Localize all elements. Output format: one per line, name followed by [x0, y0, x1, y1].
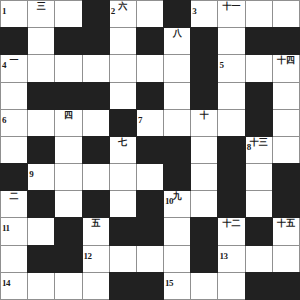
black-cell-r7-c3	[82, 190, 110, 218]
white-cell-r5-c2[interactable]	[55, 137, 81, 163]
white-cell-r2-c10[interactable]: 十四	[273, 55, 299, 81]
white-cell-r9-c4[interactable]	[110, 246, 136, 272]
down-clue-number: 三	[37, 1, 46, 11]
white-cell-r5-c7[interactable]	[191, 137, 217, 163]
down-clue-number: 十一	[223, 1, 241, 11]
down-clue-number: 一	[10, 55, 19, 65]
down-clue-number: 十五	[277, 218, 295, 228]
black-cell-r10-c5	[136, 272, 164, 300]
white-cell-r9-c3[interactable]: 12	[83, 246, 109, 272]
across-clue-number: 4	[2, 61, 6, 70]
white-cell-r0-c7[interactable]: 3	[191, 1, 217, 27]
white-cell-r7-c2[interactable]	[55, 191, 81, 217]
white-cell-r0-c1[interactable]: 三	[28, 1, 54, 27]
black-cell-r5-c8	[217, 136, 245, 164]
white-cell-r8-c0[interactable]: 11	[1, 218, 27, 244]
white-cell-r2-c4[interactable]	[110, 55, 136, 81]
black-cell-r8-c7	[190, 217, 218, 245]
white-cell-r4-c10[interactable]	[273, 110, 299, 136]
white-cell-r2-c2[interactable]	[55, 55, 81, 81]
white-cell-r8-c8[interactable]: 十二	[218, 218, 244, 244]
black-cell-r6-c0	[0, 163, 28, 191]
black-cell-r9-c7	[190, 245, 218, 273]
white-cell-r10-c3[interactable]	[83, 273, 109, 299]
white-cell-r1-c4[interactable]	[110, 28, 136, 54]
white-cell-r7-c7[interactable]	[191, 191, 217, 217]
down-clue-number: 七	[118, 137, 127, 147]
across-clue-number: 3	[192, 7, 196, 16]
white-cell-r2-c1[interactable]	[28, 55, 54, 81]
across-clue-number: 15	[165, 279, 173, 288]
white-cell-r0-c8[interactable]: 十一	[218, 1, 244, 27]
black-cell-r9-c2	[54, 245, 82, 273]
black-cell-r1-c3	[82, 27, 110, 55]
white-cell-r5-c10[interactable]	[273, 137, 299, 163]
white-cell-r9-c5[interactable]	[137, 246, 163, 272]
white-cell-r1-c6[interactable]: 八	[164, 28, 190, 54]
white-cell-r9-c10[interactable]	[273, 246, 299, 272]
white-cell-r6-c7[interactable]	[191, 164, 217, 190]
across-clue-number: 13	[219, 252, 227, 261]
black-cell-r0-c3	[82, 0, 110, 28]
black-cell-r8-c2	[54, 217, 82, 245]
black-cell-r1-c2	[54, 27, 82, 55]
white-cell-r9-c0[interactable]	[1, 246, 27, 272]
black-cell-r1-c0	[0, 27, 28, 55]
white-cell-r1-c8[interactable]	[218, 28, 244, 54]
white-cell-r6-c2[interactable]	[55, 164, 81, 190]
black-cell-r1-c5	[136, 27, 164, 55]
white-cell-r6-c4[interactable]	[110, 164, 136, 190]
down-clue-number: 六	[118, 1, 127, 11]
white-cell-r5-c0[interactable]	[1, 137, 27, 163]
black-cell-r7-c8	[217, 190, 245, 218]
white-cell-r3-c4[interactable]	[110, 83, 136, 109]
across-clue-number: 10	[165, 197, 173, 206]
black-cell-r3-c2	[54, 82, 82, 110]
down-clue-number: 九	[173, 191, 182, 201]
black-cell-r3-c5	[136, 82, 164, 110]
black-cell-r1-c7	[190, 27, 218, 55]
white-cell-r3-c6[interactable]	[164, 83, 190, 109]
white-cell-r4-c1[interactable]	[28, 110, 54, 136]
white-cell-r10-c8[interactable]	[218, 273, 244, 299]
white-cell-r7-c9[interactable]	[246, 191, 272, 217]
black-cell-r10-c10	[272, 272, 300, 300]
black-cell-r0-c6	[163, 0, 191, 28]
white-cell-r6-c1[interactable]: 9	[28, 164, 54, 190]
black-cell-r10-c4	[109, 272, 137, 300]
white-cell-r3-c10[interactable]	[273, 83, 299, 109]
white-cell-r2-c5[interactable]	[137, 55, 163, 81]
black-cell-r4-c4	[109, 109, 137, 137]
white-cell-r9-c9[interactable]	[246, 246, 272, 272]
down-clue-number: 八	[173, 28, 182, 38]
white-cell-r10-c2[interactable]	[55, 273, 81, 299]
black-cell-r6-c8	[217, 163, 245, 191]
across-clue-number: 5	[219, 61, 223, 70]
black-cell-r3-c1	[27, 82, 55, 110]
white-cell-r4-c2[interactable]: 四	[55, 110, 81, 136]
across-clue-number: 7	[138, 116, 142, 125]
black-cell-r6-c10	[272, 163, 300, 191]
white-cell-r9-c6[interactable]	[164, 246, 190, 272]
white-cell-r9-c8[interactable]: 13	[218, 246, 244, 272]
white-cell-r0-c0[interactable]: 1	[1, 1, 27, 27]
white-cell-r0-c4[interactable]: 六2	[110, 1, 136, 27]
white-cell-r4-c3[interactable]	[83, 110, 109, 136]
white-cell-r1-c1[interactable]	[28, 28, 54, 54]
white-cell-r10-c1[interactable]	[28, 273, 54, 299]
white-cell-r4-c7[interactable]: 十	[191, 110, 217, 136]
black-cell-r8-c4	[109, 217, 137, 245]
white-cell-r4-c8[interactable]	[218, 110, 244, 136]
white-cell-r2-c6[interactable]	[164, 55, 190, 81]
white-cell-r10-c0[interactable]: 14	[1, 273, 27, 299]
white-cell-r3-c8[interactable]	[218, 83, 244, 109]
black-cell-r7-c5	[136, 190, 164, 218]
black-cell-r1-c9	[245, 27, 273, 55]
white-cell-r0-c10[interactable]	[273, 1, 299, 27]
white-cell-r8-c3[interactable]: 五	[83, 218, 109, 244]
white-cell-r4-c6[interactable]	[164, 110, 190, 136]
black-cell-r2-c7	[190, 54, 218, 82]
white-cell-r7-c0[interactable]: 二	[1, 191, 27, 217]
white-cell-r6-c3[interactable]	[83, 164, 109, 190]
black-cell-r5-c5	[136, 136, 164, 164]
white-cell-r0-c5[interactable]	[137, 1, 163, 27]
black-cell-r7-c10	[272, 190, 300, 218]
across-clue-number: 14	[2, 279, 10, 288]
black-cell-r7-c1	[27, 190, 55, 218]
white-cell-r4-c5[interactable]: 7	[137, 110, 163, 136]
black-cell-r5-c1	[27, 136, 55, 164]
white-cell-r7-c4[interactable]	[110, 191, 136, 217]
white-cell-r6-c5[interactable]	[137, 164, 163, 190]
white-cell-r2-c8[interactable]: 5	[218, 55, 244, 81]
down-clue-number: 五	[91, 218, 100, 228]
white-cell-r0-c9[interactable]	[246, 1, 272, 27]
crossword-grid: 1三六23十一八一45十四6四7十七十三89二九1011五十二十五1213141…	[0, 0, 300, 300]
white-cell-r7-c6[interactable]: 九10	[164, 191, 190, 217]
across-clue-number: 9	[29, 170, 33, 179]
across-clue-number: 6	[2, 116, 6, 125]
white-cell-r3-c0[interactable]	[1, 83, 27, 109]
black-cell-r9-c1	[27, 245, 55, 273]
white-cell-r4-c0[interactable]: 6	[1, 110, 27, 136]
across-clue-number: 12	[84, 252, 92, 261]
black-cell-r3-c3	[82, 82, 110, 110]
down-clue-number: 十三	[250, 137, 268, 147]
across-clue-number: 1	[2, 7, 6, 16]
black-cell-r4-c9	[245, 109, 273, 137]
white-cell-r2-c9[interactable]	[246, 55, 272, 81]
down-clue-number: 四	[64, 110, 73, 120]
across-clue-number: 2	[111, 7, 115, 16]
down-clue-number: 十四	[277, 55, 295, 65]
black-cell-r8-c5	[136, 217, 164, 245]
black-cell-r5-c6	[163, 136, 191, 164]
white-cell-r8-c6[interactable]	[164, 218, 190, 244]
white-cell-r8-c10[interactable]: 十五	[273, 218, 299, 244]
white-cell-r10-c6[interactable]: 15	[164, 273, 190, 299]
down-clue-number: 十	[200, 110, 209, 120]
black-cell-r8-c9	[245, 217, 273, 245]
black-cell-r3-c7	[190, 82, 218, 110]
white-cell-r0-c2[interactable]	[55, 1, 81, 27]
down-clue-number: 二	[10, 191, 19, 201]
white-cell-r8-c1[interactable]	[28, 218, 54, 244]
white-cell-r2-c3[interactable]	[83, 55, 109, 81]
across-clue-number: 11	[2, 224, 10, 233]
white-cell-r2-c0[interactable]: 一4	[1, 55, 27, 81]
black-cell-r6-c6	[163, 163, 191, 191]
black-cell-r1-c10	[272, 27, 300, 55]
white-cell-r6-c9[interactable]	[246, 164, 272, 190]
across-clue-number: 8	[247, 143, 251, 152]
white-cell-r5-c4[interactable]: 七	[110, 137, 136, 163]
black-cell-r10-c9	[245, 272, 273, 300]
black-cell-r3-c9	[245, 82, 273, 110]
white-cell-r10-c7[interactable]	[191, 273, 217, 299]
black-cell-r5-c3	[82, 136, 110, 164]
down-clue-number: 十二	[223, 218, 241, 228]
white-cell-r5-c9[interactable]: 十三8	[246, 137, 272, 163]
